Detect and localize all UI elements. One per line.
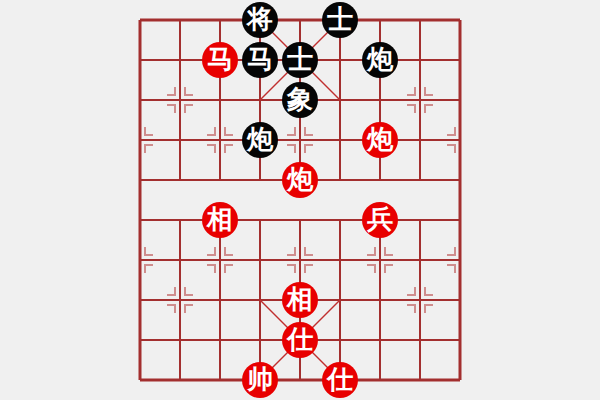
board-point[interactable]: [120, 40, 160, 80]
board-point[interactable]: [280, 360, 320, 400]
board-point[interactable]: [120, 120, 160, 160]
piece-red-general[interactable]: 帅: [242, 362, 278, 398]
board-point[interactable]: [440, 120, 480, 160]
board-point[interactable]: 马: [200, 40, 240, 80]
board-point[interactable]: [160, 320, 200, 360]
board-point[interactable]: [160, 40, 200, 80]
board-point[interactable]: [360, 360, 400, 400]
board-point[interactable]: [120, 160, 160, 200]
board-point[interactable]: 相: [200, 200, 240, 240]
board-points: 将士马马士炮象炮炮炮相兵相仕帅仕: [120, 0, 480, 400]
board-point[interactable]: [440, 240, 480, 280]
board-point[interactable]: [280, 240, 320, 280]
board-point[interactable]: [280, 120, 320, 160]
piece-red-elephant[interactable]: 相: [282, 282, 318, 318]
board-point[interactable]: [320, 80, 360, 120]
board-point[interactable]: [160, 80, 200, 120]
board-point[interactable]: [440, 280, 480, 320]
board-point[interactable]: [240, 80, 280, 120]
board-point[interactable]: [400, 0, 440, 40]
board-point[interactable]: [400, 200, 440, 240]
board-point[interactable]: [120, 200, 160, 240]
board-point[interactable]: [320, 160, 360, 200]
piece-black-cannon[interactable]: 炮: [362, 42, 398, 78]
board-point[interactable]: [400, 360, 440, 400]
board-point[interactable]: [440, 80, 480, 120]
board-point[interactable]: 士: [320, 0, 360, 40]
piece-red-soldier[interactable]: 兵: [362, 202, 398, 238]
board-point[interactable]: [240, 240, 280, 280]
board-point[interactable]: [240, 160, 280, 200]
board-point[interactable]: [160, 360, 200, 400]
board-point[interactable]: 士: [280, 40, 320, 80]
piece-red-advisor[interactable]: 仕: [282, 322, 318, 358]
board-point[interactable]: [200, 360, 240, 400]
board-point[interactable]: [440, 360, 480, 400]
piece-red-cannon[interactable]: 炮: [362, 122, 398, 158]
board-point[interactable]: [400, 320, 440, 360]
board-point[interactable]: 帅: [240, 360, 280, 400]
board-point[interactable]: [160, 160, 200, 200]
xiangqi-board-screen: 将士马马士炮象炮炮炮相兵相仕帅仕: [0, 0, 600, 400]
board-point[interactable]: [240, 280, 280, 320]
piece-black-horse[interactable]: 马: [242, 42, 278, 78]
board-point[interactable]: [160, 280, 200, 320]
board-point[interactable]: [440, 200, 480, 240]
board-point[interactable]: 兵: [360, 200, 400, 240]
board-point[interactable]: [320, 240, 360, 280]
board-point[interactable]: [240, 320, 280, 360]
piece-red-cannon[interactable]: 炮: [282, 162, 318, 198]
board-point[interactable]: [160, 240, 200, 280]
board-point[interactable]: [360, 240, 400, 280]
board-point[interactable]: 炮: [280, 160, 320, 200]
board-point[interactable]: [280, 0, 320, 40]
piece-black-advisor[interactable]: 士: [322, 2, 358, 38]
board-point[interactable]: [160, 200, 200, 240]
board-point[interactable]: 炮: [360, 40, 400, 80]
board-point[interactable]: 将: [240, 0, 280, 40]
board-point[interactable]: [320, 200, 360, 240]
piece-black-elephant[interactable]: 象: [282, 82, 318, 118]
board-point[interactable]: 仕: [320, 360, 360, 400]
piece-red-advisor[interactable]: 仕: [322, 362, 358, 398]
board-point[interactable]: [400, 40, 440, 80]
board-point[interactable]: [280, 200, 320, 240]
board-point[interactable]: [440, 320, 480, 360]
board-point[interactable]: 相: [280, 280, 320, 320]
board-point[interactable]: 仕: [280, 320, 320, 360]
board-point[interactable]: [120, 0, 160, 40]
board-point[interactable]: [320, 320, 360, 360]
board-point[interactable]: [360, 80, 400, 120]
board-point[interactable]: [120, 240, 160, 280]
board-point[interactable]: 炮: [240, 120, 280, 160]
board-point[interactable]: [360, 0, 400, 40]
board-point[interactable]: [400, 240, 440, 280]
board-point[interactable]: 马: [240, 40, 280, 80]
board-point[interactable]: 象: [280, 80, 320, 120]
piece-red-horse[interactable]: 马: [202, 42, 238, 78]
board-point[interactable]: [440, 160, 480, 200]
board-point[interactable]: [320, 40, 360, 80]
board-point[interactable]: [400, 120, 440, 160]
board-point[interactable]: [440, 0, 480, 40]
board-point[interactable]: [160, 0, 200, 40]
piece-black-cannon[interactable]: 炮: [242, 122, 278, 158]
board-point[interactable]: [200, 160, 240, 200]
board-point[interactable]: [400, 80, 440, 120]
piece-black-general[interactable]: 将: [242, 2, 278, 38]
board-point[interactable]: [120, 320, 160, 360]
board-point[interactable]: [200, 80, 240, 120]
board-point[interactable]: [400, 160, 440, 200]
board-point[interactable]: [320, 280, 360, 320]
board-point[interactable]: [200, 0, 240, 40]
board-point[interactable]: [120, 280, 160, 320]
board-point[interactable]: 炮: [360, 120, 400, 160]
board-point[interactable]: [360, 160, 400, 200]
board-point[interactable]: [160, 120, 200, 160]
board-point[interactable]: [200, 240, 240, 280]
board-point[interactable]: [200, 280, 240, 320]
board-point[interactable]: [200, 320, 240, 360]
board-point[interactable]: [400, 280, 440, 320]
board-point[interactable]: [440, 40, 480, 80]
board-point[interactable]: [120, 80, 160, 120]
board-point[interactable]: [120, 360, 160, 400]
board-point[interactable]: [240, 200, 280, 240]
piece-black-advisor[interactable]: 士: [282, 42, 318, 78]
board-point[interactable]: [360, 280, 400, 320]
board-point[interactable]: [200, 120, 240, 160]
board-point[interactable]: [320, 120, 360, 160]
board-point[interactable]: [360, 320, 400, 360]
piece-red-elephant[interactable]: 相: [202, 202, 238, 238]
